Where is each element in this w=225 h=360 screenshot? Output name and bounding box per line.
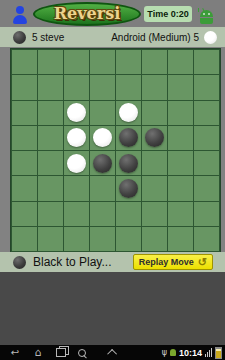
board-cell-d1[interactable] [90,50,115,74]
board-cell-b5[interactable] [38,151,63,175]
board-cell-a6[interactable] [12,176,37,200]
board-cell-h5[interactable] [194,151,219,175]
white-disc [119,103,138,122]
board-cell-c4[interactable] [64,126,89,150]
score-bar: 5 steve Android (Medium) 5 [0,27,225,47]
app-title: Reversi [54,6,120,22]
board-cell-b8[interactable] [38,227,63,251]
board-cell-f5[interactable] [142,151,167,175]
board-cell-h2[interactable] [194,75,219,99]
board-cell-e3[interactable] [116,101,141,125]
board-cell-f7[interactable] [142,202,167,226]
android-icon [198,8,215,25]
board-cell-b4[interactable] [38,126,63,150]
board-cell-h7[interactable] [194,202,219,226]
board-cell-f4[interactable] [142,126,167,150]
system-clock: 10:14 [179,348,202,358]
white-disc [67,103,86,122]
board-cell-g4[interactable] [168,126,193,150]
black-player-score: 5 steve [32,32,64,43]
board-cell-a7[interactable] [12,202,37,226]
board-cell-a2[interactable] [12,75,37,99]
player-icon-body [13,15,27,24]
board-cell-f8[interactable] [142,227,167,251]
board-cell-b6[interactable] [38,176,63,200]
board-cell-c6[interactable] [64,176,89,200]
board-cell-e7[interactable] [116,202,141,226]
board-cell-c3[interactable] [64,101,89,125]
chevron-up-icon[interactable] [106,345,120,360]
board-cell-c7[interactable] [64,202,89,226]
board-cell-d7[interactable] [90,202,115,226]
white-disc [67,128,86,147]
board-cell-a4[interactable] [12,126,37,150]
turn-disc-icon [13,256,26,269]
board-cell-d3[interactable] [90,101,115,125]
white-player-score: Android (Medium) 5 [111,32,199,43]
board-cell-a3[interactable] [12,101,37,125]
replay-move-label: Replay Move [139,257,194,267]
black-disc [119,128,138,147]
black-disc [145,128,164,147]
board-cell-c1[interactable] [64,50,89,74]
board-cell-g3[interactable] [168,101,193,125]
replay-move-button[interactable]: Replay Move ↺ [133,254,213,270]
android-status-icon [170,349,176,356]
board-cell-a8[interactable] [12,227,37,251]
home-icon[interactable]: ⌂ [31,345,45,360]
board-cell-c8[interactable] [64,227,89,251]
white-disc [67,154,86,173]
board-cell-f2[interactable] [142,75,167,99]
board-cell-b7[interactable] [38,202,63,226]
board-cell-g1[interactable] [168,50,193,74]
turn-message: Black to Play... [33,255,111,269]
status-bar: Black to Play... Replay Move ↺ [0,252,225,272]
app-window: Reversi Time 0:20 5 steve Android (Mediu… [0,0,225,360]
white-disc-icon [204,31,217,44]
board-cell-f3[interactable] [142,101,167,125]
board-cell-b3[interactable] [38,101,63,125]
board-cell-e8[interactable] [116,227,141,251]
app-background [0,272,225,345]
board-cell-c2[interactable] [64,75,89,99]
board-cell-e1[interactable] [116,50,141,74]
board-cell-h1[interactable] [194,50,219,74]
battery-icon [215,347,222,359]
search-icon[interactable] [76,345,88,360]
usb-status-icon: ψ [162,348,167,357]
reversi-board[interactable] [10,48,221,253]
board-cell-h4[interactable] [194,126,219,150]
board-cell-e2[interactable] [116,75,141,99]
board-cell-g6[interactable] [168,176,193,200]
board-cell-h8[interactable] [194,227,219,251]
replay-arrow-icon: ↺ [198,257,207,268]
board-cell-d5[interactable] [90,151,115,175]
board-cell-g7[interactable] [168,202,193,226]
board-cell-e4[interactable] [116,126,141,150]
black-disc [119,179,138,198]
back-icon[interactable]: ↩ [8,345,22,360]
board-cell-a1[interactable] [12,50,37,74]
board-cell-a5[interactable] [12,151,37,175]
board-cell-g2[interactable] [168,75,193,99]
board-cell-c5[interactable] [64,151,89,175]
system-navbar: ↩ ⌂ ψ 10:14 [0,345,225,360]
board-cell-f1[interactable] [142,50,167,74]
black-disc [93,154,112,173]
board-cell-f6[interactable] [142,176,167,200]
white-disc [93,128,112,147]
app-logo: Reversi [33,2,141,26]
board-cell-b1[interactable] [38,50,63,74]
black-disc [119,154,138,173]
header-bar: Reversi Time 0:20 [0,0,225,27]
board-cell-d4[interactable] [90,126,115,150]
timer-chip: Time 0:20 [144,6,192,22]
board-cell-d6[interactable] [90,176,115,200]
board-cell-e6[interactable] [116,176,141,200]
board-cell-b2[interactable] [38,75,63,99]
board-cell-h3[interactable] [194,101,219,125]
board-cell-d2[interactable] [90,75,115,99]
signal-icon [205,348,212,357]
player-icon-head [16,6,24,14]
board-area [0,47,225,252]
board-cell-g8[interactable] [168,227,193,251]
player-icon [13,6,27,24]
black-disc-icon [13,31,26,44]
board-cell-e5[interactable] [116,151,141,175]
recents-icon[interactable] [55,345,67,360]
status-tray[interactable]: ψ 10:14 [162,345,222,360]
board-cell-d8[interactable] [90,227,115,251]
board-cell-h6[interactable] [194,176,219,200]
board-cell-g5[interactable] [168,151,193,175]
